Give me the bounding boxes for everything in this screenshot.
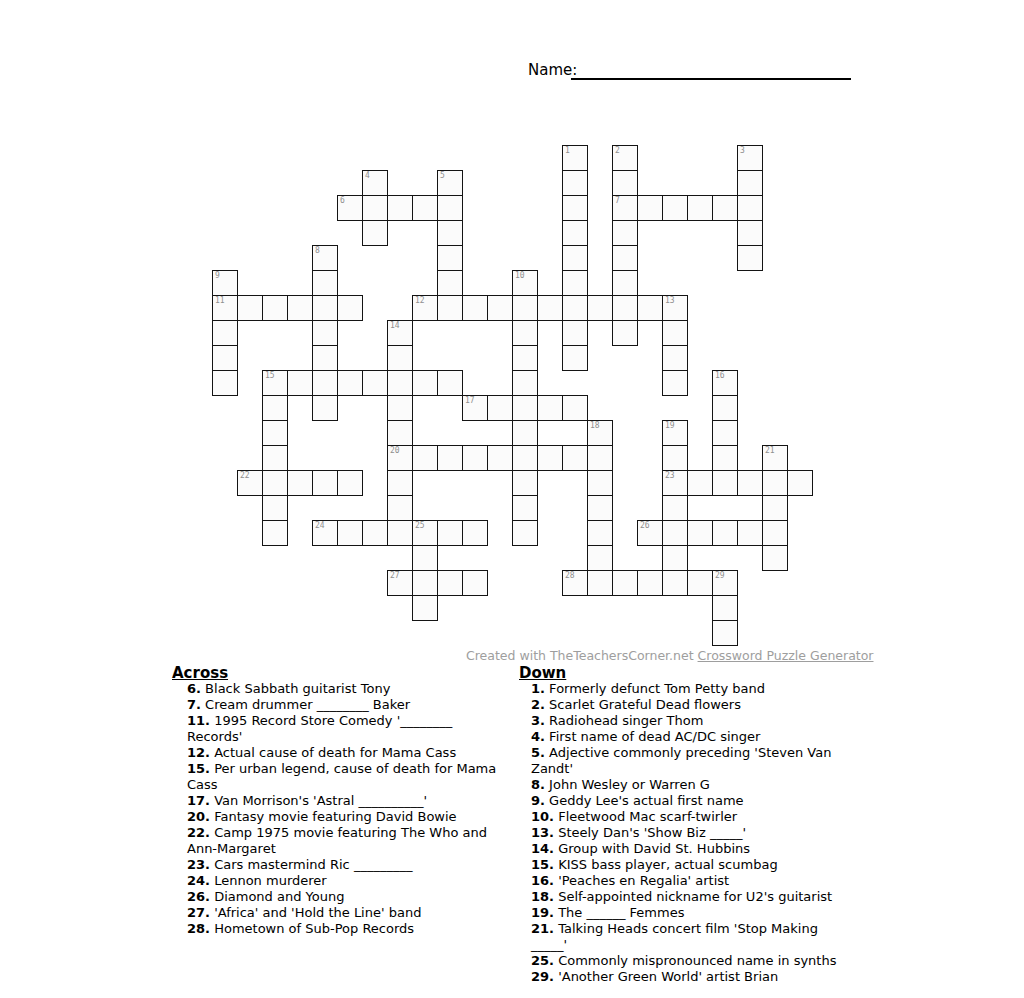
cell-r13c4[interactable]	[312, 470, 338, 496]
cell-r15c20[interactable]	[712, 520, 738, 546]
across-clue-20: 20. Fantasy movie featuring David Bowie	[187, 809, 509, 825]
cell-r15c8[interactable]: 25	[412, 520, 438, 546]
cell-r17c15[interactable]	[587, 570, 613, 596]
cell-r15c22[interactable]	[762, 520, 788, 546]
cell-r6c13[interactable]	[537, 295, 563, 321]
cell-r17c19[interactable]	[687, 570, 713, 596]
down-clue-18: 18. Self-appointed nickname for U2's gui…	[531, 889, 851, 905]
cell-r9c18[interactable]	[662, 370, 688, 396]
cell-r13c2[interactable]	[262, 470, 288, 496]
across-clue-number-27: 27.	[187, 905, 210, 920]
across-clue-28: 28. Hometown of Sub-Pop Records	[187, 921, 509, 937]
clue-number-28: 28	[565, 571, 575, 580]
down-clue-number-10: 10.	[531, 809, 554, 824]
cell-r2c17[interactable]	[637, 195, 663, 221]
cell-r12c22[interactable]: 21	[762, 445, 788, 471]
cell-r14c2[interactable]	[262, 495, 288, 521]
cell-r6c17[interactable]	[637, 295, 663, 321]
cell-r6c5[interactable]	[337, 295, 363, 321]
cell-r3c21[interactable]	[737, 220, 763, 246]
cell-r2c6[interactable]	[362, 195, 388, 221]
down-clue-14: 14. Group with David St. Hubbins	[531, 841, 851, 857]
down-clue-number-2: 2.	[531, 697, 545, 712]
cell-r14c18[interactable]	[662, 495, 688, 521]
across-clue-number-23: 23.	[187, 857, 210, 872]
cell-r6c12[interactable]	[512, 295, 538, 321]
cell-r18c8[interactable]	[412, 595, 438, 621]
cell-r12c2[interactable]	[262, 445, 288, 471]
cell-r13c1[interactable]: 22	[237, 470, 263, 496]
cell-r15c15[interactable]	[587, 520, 613, 546]
cell-r6c2[interactable]	[262, 295, 288, 321]
down-clue-number-1: 1.	[531, 681, 545, 696]
cell-r6c1[interactable]	[237, 295, 263, 321]
cell-r6c11[interactable]	[487, 295, 513, 321]
cell-r17c16[interactable]	[612, 570, 638, 596]
down-clue-3: 3. Radiohead singer Thom	[531, 713, 851, 729]
across-clue-list: 6. Black Sabbath guitarist Tony7. Cream …	[187, 681, 509, 937]
cell-r8c0[interactable]	[212, 345, 238, 371]
down-clue-number-14: 14.	[531, 841, 554, 856]
down-clue-15: 15. KISS bass player, actual scumbag	[531, 857, 851, 873]
cell-r17c7[interactable]: 27	[387, 570, 413, 596]
cell-r9c7[interactable]	[387, 370, 413, 396]
clue-number-26: 26	[640, 521, 650, 530]
cell-r10c7[interactable]	[387, 395, 413, 421]
crossword-grid: 1234567891011121314151617181920212223242…	[212, 145, 813, 646]
across-clue-number-6: 6.	[187, 681, 201, 696]
cell-r13c21[interactable]	[737, 470, 763, 496]
cell-r0c21[interactable]: 3	[737, 145, 763, 171]
across-clue-27: 27. 'Africa' and 'Hold the Line' band	[187, 905, 509, 921]
cell-r6c3[interactable]	[287, 295, 313, 321]
cell-r17c20[interactable]: 29	[712, 570, 738, 596]
clue-number-27: 27	[390, 571, 400, 580]
cell-r4c21[interactable]	[737, 245, 763, 271]
cell-r0c16[interactable]: 2	[612, 145, 638, 171]
cell-r3c9[interactable]	[437, 220, 463, 246]
clue-number-10: 10	[515, 271, 525, 280]
cell-r16c22[interactable]	[762, 545, 788, 571]
cell-r10c14[interactable]	[562, 395, 588, 421]
across-clue-23: 23. Cars mastermind Ric _________	[187, 857, 509, 873]
cell-r6c8[interactable]: 12	[412, 295, 438, 321]
cell-r7c7[interactable]: 14	[387, 320, 413, 346]
cell-r2c18[interactable]	[662, 195, 688, 221]
cell-r13c23[interactable]	[787, 470, 813, 496]
cell-r13c3[interactable]	[287, 470, 313, 496]
across-clue-24: 24. Lennon murderer	[187, 873, 509, 889]
cell-r4c14[interactable]	[562, 245, 588, 271]
cell-r15c5[interactable]	[337, 520, 363, 546]
cell-r12c11[interactable]	[487, 445, 513, 471]
down-clue-number-18: 18.	[531, 889, 554, 904]
cell-r13c12[interactable]	[512, 470, 538, 496]
cell-r15c21[interactable]	[737, 520, 763, 546]
across-clue-number-20: 20.	[187, 809, 210, 824]
cell-r12c18[interactable]	[662, 445, 688, 471]
cell-r9c0[interactable]	[212, 370, 238, 396]
cell-r10c2[interactable]	[262, 395, 288, 421]
across-heading: Across	[172, 664, 228, 682]
clue-number-18: 18	[590, 421, 600, 430]
clue-number-2: 2	[615, 146, 620, 155]
cell-r9c5[interactable]	[337, 370, 363, 396]
down-clue-number-3: 3.	[531, 713, 545, 728]
clue-number-23: 23	[665, 471, 675, 480]
cell-r12c8[interactable]	[412, 445, 438, 471]
cell-r4c16[interactable]	[612, 245, 638, 271]
name-blank-line[interactable]	[571, 62, 851, 80]
clue-number-12: 12	[415, 296, 425, 305]
cell-r3c14[interactable]	[562, 220, 588, 246]
cell-r1c16[interactable]	[612, 170, 638, 196]
down-clue-number-4: 4.	[531, 729, 545, 744]
cell-r16c8[interactable]	[412, 545, 438, 571]
clue-number-4: 4	[365, 171, 370, 180]
down-clue-1: 1. Formerly defunct Tom Petty band	[531, 681, 851, 697]
cell-r11c12[interactable]	[512, 420, 538, 446]
cell-r0c14[interactable]: 1	[562, 145, 588, 171]
clue-number-15: 15	[265, 371, 275, 380]
attribution-text: Created with TheTeachersCorner.net	[466, 648, 698, 663]
across-clue-number-22: 22.	[187, 825, 210, 840]
down-clue-8: 8. John Wesley or Warren G	[531, 777, 851, 793]
cell-r11c20[interactable]	[712, 420, 738, 446]
cell-r11c15[interactable]: 18	[587, 420, 613, 446]
cell-r12c13[interactable]	[537, 445, 563, 471]
cell-r11c7[interactable]	[387, 420, 413, 446]
cell-r9c9[interactable]	[437, 370, 463, 396]
cell-r12c12[interactable]	[512, 445, 538, 471]
cell-r6c15[interactable]	[587, 295, 613, 321]
down-clue-19: 19. The ______ Femmes	[531, 905, 851, 921]
cell-r6c9[interactable]	[437, 295, 463, 321]
across-clue-number-24: 24.	[187, 873, 210, 888]
down-clue-number-15: 15.	[531, 857, 554, 872]
cell-r3c16[interactable]	[612, 220, 638, 246]
cell-r5c14[interactable]	[562, 270, 588, 296]
cell-r14c22[interactable]	[762, 495, 788, 521]
across-clue-22: 22. Camp 1975 movie featuring The Who an…	[187, 825, 509, 857]
generator-link[interactable]: Crossword Puzzle Generator	[698, 648, 874, 663]
down-clue-2: 2. Scarlet Grateful Dead flowers	[531, 697, 851, 713]
cell-r9c2[interactable]: 15	[262, 370, 288, 396]
down-clue-21: 21. Talking Heads concert film 'Stop Mak…	[531, 921, 851, 953]
cell-r16c18[interactable]	[662, 545, 688, 571]
cell-r2c20[interactable]	[712, 195, 738, 221]
cell-r6c0[interactable]: 11	[212, 295, 238, 321]
down-clue-5: 5. Adjective commonly preceding 'Steven …	[531, 745, 851, 777]
cell-r15c9[interactable]	[437, 520, 463, 546]
cell-r7c0[interactable]	[212, 320, 238, 346]
cell-r8c4[interactable]	[312, 345, 338, 371]
cell-r4c4[interactable]: 8	[312, 245, 338, 271]
cell-r12c7[interactable]: 20	[387, 445, 413, 471]
cell-r1c9[interactable]: 5	[437, 170, 463, 196]
clue-number-24: 24	[315, 521, 325, 530]
across-clue-number-26: 26.	[187, 889, 210, 904]
cell-r7c12[interactable]	[512, 320, 538, 346]
cell-r9c6[interactable]	[362, 370, 388, 396]
attribution: Created with TheTeachersCorner.net Cross…	[466, 648, 874, 663]
cell-r2c9[interactable]	[437, 195, 463, 221]
cell-r8c7[interactable]	[387, 345, 413, 371]
cell-r7c18[interactable]	[662, 320, 688, 346]
clue-number-3: 3	[740, 146, 745, 155]
down-heading: Down	[519, 664, 566, 682]
cell-r14c7[interactable]	[387, 495, 413, 521]
cell-r10c12[interactable]	[512, 395, 538, 421]
down-clue-number-5: 5.	[531, 745, 545, 760]
cell-r15c7[interactable]	[387, 520, 413, 546]
cell-r5c12[interactable]: 10	[512, 270, 538, 296]
clue-number-1: 1	[565, 146, 570, 155]
across-clue-12: 12. Actual cause of death for Mama Cass	[187, 745, 509, 761]
cell-r2c7[interactable]	[387, 195, 413, 221]
cell-r15c19[interactable]	[687, 520, 713, 546]
cell-r7c16[interactable]	[612, 320, 638, 346]
cell-r6c4[interactable]	[312, 295, 338, 321]
crossword-worksheet-page: Name: 1234567891011121314151617181920212…	[0, 0, 1024, 998]
clue-number-9: 9	[215, 271, 220, 280]
across-clue-7: 7. Cream drummer ________ Baker	[187, 697, 509, 713]
cell-r14c12[interactable]	[512, 495, 538, 521]
cell-r15c17[interactable]: 26	[637, 520, 663, 546]
down-clue-number-25: 25.	[531, 953, 554, 968]
cell-r10c4[interactable]	[312, 395, 338, 421]
across-clue-number-11: 11.	[187, 713, 210, 728]
cell-r13c15[interactable]	[587, 470, 613, 496]
cell-r15c10[interactable]	[462, 520, 488, 546]
cell-r8c18[interactable]	[662, 345, 688, 371]
cell-r6c14[interactable]	[562, 295, 588, 321]
across-clue-number-15: 15.	[187, 761, 210, 776]
cell-r13c5[interactable]	[337, 470, 363, 496]
cell-r19c20[interactable]	[712, 620, 738, 646]
cell-r1c6[interactable]: 4	[362, 170, 388, 196]
cell-r17c8[interactable]	[412, 570, 438, 596]
down-clue-10: 10. Fleetwood Mac scarf-twirler	[531, 809, 851, 825]
cell-r17c10[interactable]	[462, 570, 488, 596]
cell-r8c12[interactable]	[512, 345, 538, 371]
cell-r17c17[interactable]	[637, 570, 663, 596]
cell-r13c7[interactable]	[387, 470, 413, 496]
cell-r12c14[interactable]	[562, 445, 588, 471]
cell-r17c18[interactable]	[662, 570, 688, 596]
across-clue-26: 26. Diamond and Young	[187, 889, 509, 905]
clue-number-17: 17	[465, 396, 475, 405]
cell-r12c20[interactable]	[712, 445, 738, 471]
cell-r14c15[interactable]	[587, 495, 613, 521]
cell-r2c19[interactable]	[687, 195, 713, 221]
cell-r15c6[interactable]	[362, 520, 388, 546]
across-clue-number-12: 12.	[187, 745, 210, 760]
clue-number-29: 29	[715, 571, 725, 580]
down-clue-number-9: 9.	[531, 793, 545, 808]
clue-number-21: 21	[765, 446, 775, 455]
cell-r7c14[interactable]	[562, 320, 588, 346]
cell-r15c4[interactable]: 24	[312, 520, 338, 546]
across-clue-6: 6. Black Sabbath guitarist Tony	[187, 681, 509, 697]
cell-r15c12[interactable]	[512, 520, 538, 546]
down-clue-25: 25. Commonly mispronounced name in synth…	[531, 953, 851, 969]
cell-r1c21[interactable]	[737, 170, 763, 196]
cell-r4c9[interactable]	[437, 245, 463, 271]
cell-r6c16[interactable]	[612, 295, 638, 321]
down-clue-list: 1. Formerly defunct Tom Petty band2. Sca…	[531, 681, 851, 985]
cell-r2c21[interactable]	[737, 195, 763, 221]
across-clue-11: 11. 1995 Record Store Comedy '________ R…	[187, 713, 509, 745]
clue-number-13: 13	[665, 296, 675, 305]
down-clue-13: 13. Steely Dan's 'Show Biz _____'	[531, 825, 851, 841]
clue-number-16: 16	[715, 371, 725, 380]
clue-number-11: 11	[215, 296, 225, 305]
cell-r2c16[interactable]: 7	[612, 195, 638, 221]
down-clue-number-13: 13.	[531, 825, 554, 840]
cell-r9c20[interactable]: 16	[712, 370, 738, 396]
cell-r10c13[interactable]	[537, 395, 563, 421]
across-clue-number-28: 28.	[187, 921, 210, 936]
down-clue-9: 9. Geddy Lee's actual first name	[531, 793, 851, 809]
cell-r16c15[interactable]	[587, 545, 613, 571]
down-clue-number-8: 8.	[531, 777, 545, 792]
cell-r12c15[interactable]	[587, 445, 613, 471]
cell-r10c10[interactable]: 17	[462, 395, 488, 421]
cell-r13c18[interactable]: 23	[662, 470, 688, 496]
cell-r12c9[interactable]	[437, 445, 463, 471]
cell-r13c22[interactable]	[762, 470, 788, 496]
cell-r9c8[interactable]	[412, 370, 438, 396]
cell-r5c4[interactable]	[312, 270, 338, 296]
clue-number-14: 14	[390, 321, 400, 330]
clue-number-20: 20	[390, 446, 400, 455]
cell-r15c2[interactable]	[262, 520, 288, 546]
clue-number-19: 19	[665, 421, 675, 430]
down-clue-number-29: 29.	[531, 969, 554, 984]
down-clue-number-16: 16.	[531, 873, 554, 888]
cell-r13c20[interactable]	[712, 470, 738, 496]
down-clue-number-19: 19.	[531, 905, 554, 920]
cell-r9c3[interactable]	[287, 370, 313, 396]
cell-r9c12[interactable]	[512, 370, 538, 396]
cell-r13c19[interactable]	[687, 470, 713, 496]
down-clue-16: 16. 'Peaches en Regalia' artist	[531, 873, 851, 889]
cell-r2c14[interactable]	[562, 195, 588, 221]
cell-r6c10[interactable]	[462, 295, 488, 321]
across-clue-15: 15. Per urban legend, cause of death for…	[187, 761, 509, 793]
down-clue-4: 4. First name of dead AC/DC singer	[531, 729, 851, 745]
cell-r6c18[interactable]: 13	[662, 295, 688, 321]
cell-r10c20[interactable]	[712, 395, 738, 421]
across-clue-number-17: 17.	[187, 793, 210, 808]
cell-r11c2[interactable]	[262, 420, 288, 446]
across-clue-17: 17. Van Morrison's 'Astral __________'	[187, 793, 509, 809]
cell-r1c14[interactable]	[562, 170, 588, 196]
cell-r10c11[interactable]	[487, 395, 513, 421]
cell-r9c4[interactable]	[312, 370, 338, 396]
cell-r2c5[interactable]: 6	[337, 195, 363, 221]
cell-r12c10[interactable]	[462, 445, 488, 471]
cell-r11c18[interactable]: 19	[662, 420, 688, 446]
cell-r17c9[interactable]	[437, 570, 463, 596]
clue-number-25: 25	[415, 521, 425, 530]
cell-r15c18[interactable]	[662, 520, 688, 546]
clue-number-6: 6	[340, 196, 345, 205]
down-clue-29: 29. 'Another Green World' artist Brian	[531, 969, 851, 985]
clue-number-8: 8	[315, 246, 320, 255]
cell-r3c6[interactable]	[362, 220, 388, 246]
cell-r17c14[interactable]: 28	[562, 570, 588, 596]
down-clue-number-21: 21.	[531, 921, 554, 936]
name-label: Name:	[528, 61, 577, 79]
clue-number-22: 22	[240, 471, 250, 480]
clue-number-5: 5	[440, 171, 445, 180]
cell-r5c9[interactable]	[437, 270, 463, 296]
cell-r5c16[interactable]	[612, 270, 638, 296]
cell-r7c4[interactable]	[312, 320, 338, 346]
across-clue-number-7: 7.	[187, 697, 201, 712]
cell-r18c20[interactable]	[712, 595, 738, 621]
cell-r5c0[interactable]: 9	[212, 270, 238, 296]
cell-r2c8[interactable]	[412, 195, 438, 221]
clue-number-7: 7	[615, 196, 620, 205]
cell-r8c14[interactable]	[562, 345, 588, 371]
